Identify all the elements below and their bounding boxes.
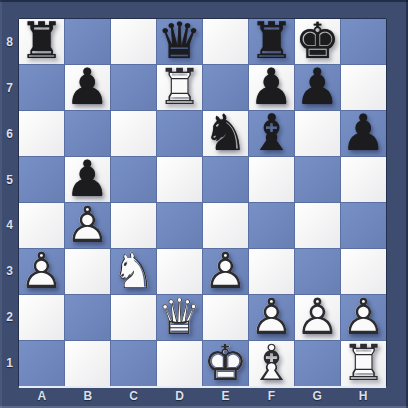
file-label-e: E — [203, 386, 249, 406]
chess-board: ♜♛♜♚♟♜♖♟♟♞♝♟♟♟♙♟♙♞♘♟♙♛♕♟♙♟♙♟♙♚♔♝♗♜♖ — [19, 19, 386, 386]
square-g2[interactable]: ♟♙ — [295, 295, 340, 340]
file-labels: A B C D E F G H — [19, 386, 386, 406]
white-rook-h1[interactable]: ♜♖ — [341, 341, 386, 386]
white-pawn-b4[interactable]: ♟♙ — [65, 203, 110, 248]
square-g5[interactable] — [295, 157, 340, 202]
black-bishop-f6[interactable]: ♝ — [249, 111, 294, 156]
rank-label-3: 3 — [0, 248, 19, 294]
file-label-a: A — [19, 386, 65, 406]
black-rook-a8[interactable]: ♜ — [19, 19, 64, 64]
black-pawn-g7[interactable]: ♟ — [295, 65, 340, 110]
square-b3[interactable] — [65, 249, 110, 294]
rank-label-2: 2 — [0, 294, 19, 340]
square-c6[interactable] — [111, 111, 156, 156]
file-label-g: G — [294, 386, 340, 406]
square-d1[interactable] — [157, 341, 202, 386]
square-f6[interactable]: ♝ — [249, 111, 294, 156]
square-a1[interactable] — [19, 341, 64, 386]
square-b2[interactable] — [65, 295, 110, 340]
white-pawn-e3[interactable]: ♟♙ — [203, 249, 248, 294]
square-e1[interactable]: ♚♔ — [203, 341, 248, 386]
square-b1[interactable] — [65, 341, 110, 386]
square-c5[interactable] — [111, 157, 156, 202]
file-label-c: C — [111, 386, 157, 406]
rank-label-6: 6 — [0, 111, 19, 157]
square-a5[interactable] — [19, 157, 64, 202]
square-a7[interactable] — [19, 65, 64, 110]
square-b4[interactable]: ♟♙ — [65, 203, 110, 248]
square-f4[interactable] — [249, 203, 294, 248]
square-e8[interactable] — [203, 19, 248, 64]
square-d2[interactable]: ♛♕ — [157, 295, 202, 340]
square-a6[interactable] — [19, 111, 64, 156]
square-e3[interactable]: ♟♙ — [203, 249, 248, 294]
rank-label-7: 7 — [0, 65, 19, 111]
white-pawn-g2[interactable]: ♟♙ — [295, 295, 340, 340]
white-knight-c3[interactable]: ♞♘ — [111, 249, 156, 294]
square-h4[interactable] — [341, 203, 386, 248]
square-g7[interactable]: ♟ — [295, 65, 340, 110]
black-pawn-h6[interactable]: ♟ — [341, 111, 386, 156]
rank-labels: 8 7 6 5 4 3 2 1 — [0, 19, 19, 386]
white-king-e1[interactable]: ♚♔ — [203, 341, 248, 386]
chess-board-frame: 8 7 6 5 4 3 2 1 ♜♛♜♚♟♜♖♟♟♞♝♟♟♟♙♟♙♞♘♟♙♛♕♟… — [0, 0, 408, 408]
rank-label-5: 5 — [0, 157, 19, 203]
square-c8[interactable] — [111, 19, 156, 64]
square-c3[interactable]: ♞♘ — [111, 249, 156, 294]
file-label-d: D — [157, 386, 203, 406]
white-pawn-a3[interactable]: ♟♙ — [19, 249, 64, 294]
white-queen-d2[interactable]: ♛♕ — [157, 295, 202, 340]
square-d6[interactable] — [157, 111, 202, 156]
square-g6[interactable] — [295, 111, 340, 156]
square-h1[interactable]: ♜♖ — [341, 341, 386, 386]
square-b7[interactable]: ♟ — [65, 65, 110, 110]
square-g4[interactable] — [295, 203, 340, 248]
black-pawn-b7[interactable]: ♟ — [65, 65, 110, 110]
square-a8[interactable]: ♜ — [19, 19, 64, 64]
file-label-h: H — [340, 386, 386, 406]
square-e5[interactable] — [203, 157, 248, 202]
square-c2[interactable] — [111, 295, 156, 340]
file-label-b: B — [65, 386, 111, 406]
square-d5[interactable] — [157, 157, 202, 202]
white-bishop-f1[interactable]: ♝♗ — [249, 341, 294, 386]
rank-label-1: 1 — [0, 340, 19, 386]
square-a3[interactable]: ♟♙ — [19, 249, 64, 294]
square-h8[interactable] — [341, 19, 386, 64]
square-h6[interactable]: ♟ — [341, 111, 386, 156]
square-h5[interactable] — [341, 157, 386, 202]
square-g1[interactable] — [295, 341, 340, 386]
square-c7[interactable] — [111, 65, 156, 110]
square-e6[interactable]: ♞ — [203, 111, 248, 156]
file-label-f: F — [248, 386, 294, 406]
square-a2[interactable] — [19, 295, 64, 340]
rank-label-8: 8 — [0, 19, 19, 65]
square-f5[interactable] — [249, 157, 294, 202]
black-knight-e6[interactable]: ♞ — [203, 111, 248, 156]
white-rook-d7[interactable]: ♜♖ — [157, 65, 202, 110]
square-f1[interactable]: ♝♗ — [249, 341, 294, 386]
square-d4[interactable] — [157, 203, 202, 248]
square-d7[interactable]: ♜♖ — [157, 65, 202, 110]
square-c1[interactable] — [111, 341, 156, 386]
rank-label-4: 4 — [0, 203, 19, 249]
